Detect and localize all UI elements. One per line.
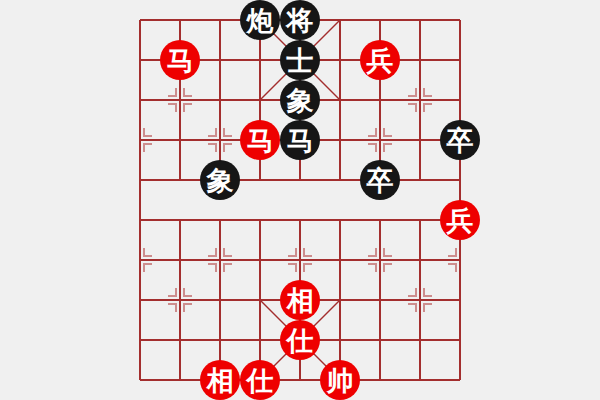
xiangqi-board: 炮将马士兵象马马卒象卒兵相仕相仕帅	[120, 0, 480, 400]
point-3-8[interactable]	[240, 320, 280, 360]
point-3-0[interactable]: 炮	[240, 0, 280, 40]
point-0-0[interactable]	[120, 0, 160, 40]
point-6-0[interactable]	[360, 0, 400, 40]
point-4-2[interactable]: 象	[280, 80, 320, 120]
point-6-5[interactable]	[360, 200, 400, 240]
point-1-6[interactable]	[160, 240, 200, 280]
point-5-1[interactable]	[320, 40, 360, 80]
point-1-3[interactable]	[160, 120, 200, 160]
point-1-5[interactable]	[160, 200, 200, 240]
point-7-0[interactable]	[400, 0, 440, 40]
piece-black-horse[interactable]: 马	[280, 120, 320, 160]
point-5-9[interactable]: 帅	[320, 360, 360, 400]
piece-red-soldier[interactable]: 兵	[440, 200, 480, 240]
point-6-6[interactable]	[360, 240, 400, 280]
point-1-7[interactable]	[160, 280, 200, 320]
point-3-5[interactable]	[240, 200, 280, 240]
point-0-4[interactable]	[120, 160, 160, 200]
point-0-2[interactable]	[120, 80, 160, 120]
piece-black-elephant[interactable]: 象	[200, 160, 240, 200]
piece-red-advisor[interactable]: 仕	[280, 320, 320, 360]
point-8-4[interactable]	[440, 160, 480, 200]
point-0-1[interactable]	[120, 40, 160, 80]
point-7-9[interactable]	[400, 360, 440, 400]
point-7-5[interactable]	[400, 200, 440, 240]
piece-black-cannon[interactable]: 炮	[240, 0, 280, 40]
point-7-8[interactable]	[400, 320, 440, 360]
point-2-3[interactable]	[200, 120, 240, 160]
point-6-9[interactable]	[360, 360, 400, 400]
point-2-5[interactable]	[200, 200, 240, 240]
point-5-6[interactable]	[320, 240, 360, 280]
point-3-6[interactable]	[240, 240, 280, 280]
point-3-2[interactable]	[240, 80, 280, 120]
point-0-8[interactable]	[120, 320, 160, 360]
point-1-9[interactable]	[160, 360, 200, 400]
piece-red-horse[interactable]: 马	[160, 40, 200, 80]
piece-black-advisor[interactable]: 士	[280, 40, 320, 80]
point-5-7[interactable]	[320, 280, 360, 320]
point-1-8[interactable]	[160, 320, 200, 360]
point-8-1[interactable]	[440, 40, 480, 80]
point-1-4[interactable]	[160, 160, 200, 200]
piece-red-elephant[interactable]: 相	[280, 280, 320, 320]
point-7-3[interactable]	[400, 120, 440, 160]
point-6-4[interactable]: 卒	[360, 160, 400, 200]
point-4-9[interactable]	[280, 360, 320, 400]
xiangqi-diagram: 炮将马士兵象马马卒象卒兵相仕相仕帅	[0, 0, 600, 400]
point-5-3[interactable]	[320, 120, 360, 160]
point-2-7[interactable]	[200, 280, 240, 320]
point-5-8[interactable]	[320, 320, 360, 360]
piece-red-general[interactable]: 帅	[320, 360, 360, 400]
point-6-1[interactable]: 兵	[360, 40, 400, 80]
piece-red-advisor[interactable]: 仕	[240, 360, 280, 400]
piece-black-soldier[interactable]: 卒	[360, 160, 400, 200]
point-6-2[interactable]	[360, 80, 400, 120]
point-4-6[interactable]	[280, 240, 320, 280]
point-7-7[interactable]	[400, 280, 440, 320]
point-6-7[interactable]	[360, 280, 400, 320]
point-0-6[interactable]	[120, 240, 160, 280]
point-1-0[interactable]	[160, 0, 200, 40]
point-6-8[interactable]	[360, 320, 400, 360]
point-2-9[interactable]: 相	[200, 360, 240, 400]
point-4-8[interactable]: 仕	[280, 320, 320, 360]
point-7-4[interactable]	[400, 160, 440, 200]
point-8-8[interactable]	[440, 320, 480, 360]
point-8-7[interactable]	[440, 280, 480, 320]
piece-black-general[interactable]: 将	[280, 0, 320, 40]
point-4-0[interactable]: 将	[280, 0, 320, 40]
point-2-2[interactable]	[200, 80, 240, 120]
point-2-0[interactable]	[200, 0, 240, 40]
point-1-2[interactable]	[160, 80, 200, 120]
point-2-8[interactable]	[200, 320, 240, 360]
point-5-2[interactable]	[320, 80, 360, 120]
point-4-5[interactable]	[280, 200, 320, 240]
point-8-2[interactable]	[440, 80, 480, 120]
point-4-4[interactable]	[280, 160, 320, 200]
piece-red-horse[interactable]: 马	[240, 120, 280, 160]
point-4-7[interactable]: 相	[280, 280, 320, 320]
point-8-5[interactable]: 兵	[440, 200, 480, 240]
point-7-6[interactable]	[400, 240, 440, 280]
point-7-1[interactable]	[400, 40, 440, 80]
point-0-5[interactable]	[120, 200, 160, 240]
point-2-4[interactable]: 象	[200, 160, 240, 200]
point-8-0[interactable]	[440, 0, 480, 40]
piece-black-elephant[interactable]: 象	[280, 80, 320, 120]
point-7-2[interactable]	[400, 80, 440, 120]
point-3-4[interactable]	[240, 160, 280, 200]
point-8-3[interactable]: 卒	[440, 120, 480, 160]
point-6-3[interactable]	[360, 120, 400, 160]
piece-red-soldier[interactable]: 兵	[360, 40, 400, 80]
piece-black-soldier[interactable]: 卒	[440, 120, 480, 160]
point-5-0[interactable]	[320, 0, 360, 40]
point-0-9[interactable]	[120, 360, 160, 400]
point-2-6[interactable]	[200, 240, 240, 280]
point-4-3[interactable]: 马	[280, 120, 320, 160]
point-5-4[interactable]	[320, 160, 360, 200]
point-8-9[interactable]	[440, 360, 480, 400]
point-4-1[interactable]: 士	[280, 40, 320, 80]
point-3-9[interactable]: 仕	[240, 360, 280, 400]
point-8-6[interactable]	[440, 240, 480, 280]
point-0-7[interactable]	[120, 280, 160, 320]
piece-red-elephant[interactable]: 相	[200, 360, 240, 400]
point-2-1[interactable]	[200, 40, 240, 80]
point-3-7[interactable]	[240, 280, 280, 320]
point-3-3[interactable]: 马	[240, 120, 280, 160]
point-1-1[interactable]: 马	[160, 40, 200, 80]
point-3-1[interactable]	[240, 40, 280, 80]
point-0-3[interactable]	[120, 120, 160, 160]
point-5-5[interactable]	[320, 200, 360, 240]
